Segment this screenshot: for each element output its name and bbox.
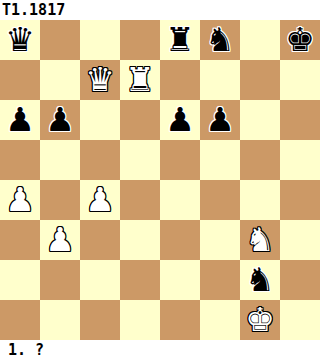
square-d1[interactable] (120, 300, 160, 340)
square-f6[interactable]: ♟ (200, 100, 240, 140)
square-f2[interactable] (200, 260, 240, 300)
square-g4[interactable] (240, 180, 280, 220)
square-c8[interactable] (80, 20, 120, 60)
piece-white-knight: ♞ (245, 220, 275, 260)
square-a6[interactable]: ♟ (0, 100, 40, 140)
status-bar: 1. ? (0, 340, 320, 360)
chess-board: ♛♜♞♚♛♜♟♟♟♟♟♟♟♞♞♚ (0, 20, 320, 340)
square-g2[interactable]: ♞ (240, 260, 280, 300)
square-d8[interactable] (120, 20, 160, 60)
move-prompt: 1. ? (8, 340, 44, 360)
piece-white-king: ♚ (245, 300, 275, 340)
square-e7[interactable] (160, 60, 200, 100)
piece-black-knight: ♞ (205, 20, 235, 60)
square-g8[interactable] (240, 20, 280, 60)
square-h4[interactable] (280, 180, 320, 220)
square-h6[interactable] (280, 100, 320, 140)
square-b2[interactable] (40, 260, 80, 300)
square-f5[interactable] (200, 140, 240, 180)
square-g5[interactable] (240, 140, 280, 180)
piece-black-pawn: ♟ (205, 100, 235, 140)
square-a2[interactable] (0, 260, 40, 300)
title-bar: T1.1817 (0, 0, 320, 20)
square-h5[interactable] (280, 140, 320, 180)
piece-black-pawn: ♟ (45, 100, 75, 140)
square-h7[interactable] (280, 60, 320, 100)
square-b6[interactable]: ♟ (40, 100, 80, 140)
square-d4[interactable] (120, 180, 160, 220)
square-d6[interactable] (120, 100, 160, 140)
piece-black-king: ♚ (285, 20, 315, 60)
square-d2[interactable] (120, 260, 160, 300)
square-f4[interactable] (200, 180, 240, 220)
puzzle-title: T1.1817 (2, 0, 65, 20)
square-h1[interactable] (280, 300, 320, 340)
square-e6[interactable]: ♟ (160, 100, 200, 140)
square-e5[interactable] (160, 140, 200, 180)
square-c3[interactable] (80, 220, 120, 260)
square-b8[interactable] (40, 20, 80, 60)
piece-white-pawn: ♟ (85, 180, 115, 220)
square-g7[interactable] (240, 60, 280, 100)
square-e8[interactable]: ♜ (160, 20, 200, 60)
piece-black-pawn: ♟ (5, 100, 35, 140)
square-a4[interactable]: ♟ (0, 180, 40, 220)
piece-white-queen: ♛ (85, 60, 115, 100)
square-a1[interactable] (0, 300, 40, 340)
square-c4[interactable]: ♟ (80, 180, 120, 220)
piece-white-rook: ♜ (125, 60, 155, 100)
square-d3[interactable] (120, 220, 160, 260)
square-f3[interactable] (200, 220, 240, 260)
square-c7[interactable]: ♛ (80, 60, 120, 100)
square-a7[interactable] (0, 60, 40, 100)
square-e1[interactable] (160, 300, 200, 340)
square-f7[interactable] (200, 60, 240, 100)
square-h3[interactable] (280, 220, 320, 260)
piece-black-queen: ♛ (5, 20, 35, 60)
square-c5[interactable] (80, 140, 120, 180)
square-e2[interactable] (160, 260, 200, 300)
square-a3[interactable] (0, 220, 40, 260)
piece-black-pawn: ♟ (165, 100, 195, 140)
square-c6[interactable] (80, 100, 120, 140)
square-b4[interactable] (40, 180, 80, 220)
piece-white-pawn: ♟ (45, 220, 75, 260)
piece-black-knight: ♞ (245, 260, 275, 300)
square-a8[interactable]: ♛ (0, 20, 40, 60)
square-d7[interactable]: ♜ (120, 60, 160, 100)
square-e4[interactable] (160, 180, 200, 220)
square-c2[interactable] (80, 260, 120, 300)
square-g3[interactable]: ♞ (240, 220, 280, 260)
square-b3[interactable]: ♟ (40, 220, 80, 260)
square-c1[interactable] (80, 300, 120, 340)
piece-black-rook: ♜ (165, 20, 195, 60)
square-h8[interactable]: ♚ (280, 20, 320, 60)
square-b7[interactable] (40, 60, 80, 100)
square-d5[interactable] (120, 140, 160, 180)
piece-white-pawn: ♟ (5, 180, 35, 220)
square-b5[interactable] (40, 140, 80, 180)
square-f1[interactable] (200, 300, 240, 340)
square-f8[interactable]: ♞ (200, 20, 240, 60)
square-g6[interactable] (240, 100, 280, 140)
square-b1[interactable] (40, 300, 80, 340)
square-a5[interactable] (0, 140, 40, 180)
square-g1[interactable]: ♚ (240, 300, 280, 340)
square-h2[interactable] (280, 260, 320, 300)
square-e3[interactable] (160, 220, 200, 260)
